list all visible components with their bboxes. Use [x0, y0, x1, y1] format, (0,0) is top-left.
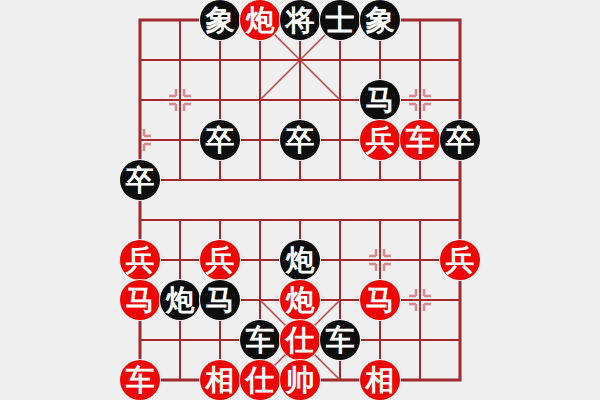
- piece-glyph: 马: [206, 286, 235, 315]
- piece-black-soldier[interactable]: 卒: [440, 120, 480, 160]
- piece-black-advisor[interactable]: 士: [320, 0, 360, 40]
- piece-red-cannon[interactable]: 炮: [280, 280, 320, 320]
- piece-glyph: 车: [126, 366, 155, 395]
- piece-glyph: 车: [406, 126, 435, 155]
- piece-glyph: 士: [326, 6, 355, 35]
- piece-glyph: 车: [246, 326, 275, 355]
- piece-red-general[interactable]: 帅: [280, 360, 320, 400]
- piece-glyph: 仕: [246, 366, 275, 395]
- piece-red-horse[interactable]: 马: [120, 280, 160, 320]
- piece-glyph: 卒: [286, 126, 315, 155]
- piece-red-advisor[interactable]: 仕: [280, 320, 320, 360]
- piece-black-horse[interactable]: 马: [360, 80, 400, 120]
- piece-glyph: 将: [286, 6, 315, 35]
- piece-glyph: 马: [366, 86, 395, 115]
- piece-glyph: 象: [366, 6, 395, 35]
- piece-glyph: 卒: [446, 126, 475, 155]
- piece-red-cannon[interactable]: 炮: [240, 0, 280, 40]
- piece-glyph: 马: [366, 286, 395, 315]
- piece-black-soldier[interactable]: 卒: [200, 120, 240, 160]
- piece-glyph: 炮: [286, 246, 315, 275]
- piece-glyph: 兵: [126, 246, 155, 275]
- piece-glyph: 马: [126, 286, 155, 315]
- piece-glyph: 相: [206, 366, 235, 395]
- piece-glyph: 炮: [286, 286, 315, 315]
- piece-glyph: 炮: [166, 286, 195, 315]
- piece-red-elephant[interactable]: 相: [200, 360, 240, 400]
- piece-glyph: 兵: [206, 246, 235, 275]
- piece-black-cannon[interactable]: 炮: [280, 240, 320, 280]
- piece-red-soldier[interactable]: 兵: [200, 240, 240, 280]
- piece-black-soldier[interactable]: 卒: [280, 120, 320, 160]
- piece-glyph: 帅: [286, 366, 315, 395]
- piece-glyph: 象: [206, 6, 235, 35]
- piece-black-chariot[interactable]: 车: [240, 320, 280, 360]
- piece-glyph: 卒: [126, 166, 155, 195]
- piece-black-chariot[interactable]: 车: [320, 320, 360, 360]
- piece-black-cannon[interactable]: 炮: [160, 280, 200, 320]
- piece-glyph: 兵: [446, 246, 475, 275]
- piece-red-advisor[interactable]: 仕: [240, 360, 280, 400]
- piece-red-soldier[interactable]: 兵: [120, 240, 160, 280]
- piece-red-chariot[interactable]: 车: [120, 360, 160, 400]
- piece-glyph: 相: [366, 366, 395, 395]
- piece-black-horse[interactable]: 马: [200, 280, 240, 320]
- piece-glyph: 仕: [286, 326, 315, 355]
- piece-glyph: 炮: [246, 6, 275, 35]
- piece-black-general[interactable]: 将: [280, 0, 320, 40]
- piece-red-elephant[interactable]: 相: [360, 360, 400, 400]
- xiangqi-board: 象炮将士象马卒卒兵车卒卒兵兵炮兵马炮马炮马车仕车车相仕帅相: [120, 0, 480, 400]
- piece-black-elephant[interactable]: 象: [200, 0, 240, 40]
- piece-red-horse[interactable]: 马: [360, 280, 400, 320]
- piece-glyph: 车: [326, 326, 355, 355]
- piece-red-soldier[interactable]: 兵: [440, 240, 480, 280]
- piece-red-chariot[interactable]: 车: [400, 120, 440, 160]
- piece-glyph: 兵: [366, 126, 395, 155]
- app-background: 象炮将士象马卒卒兵车卒卒兵兵炮兵马炮马炮马车仕车车相仕帅相: [0, 0, 600, 400]
- piece-black-elephant[interactable]: 象: [360, 0, 400, 40]
- piece-black-soldier[interactable]: 卒: [120, 160, 160, 200]
- piece-red-soldier[interactable]: 兵: [360, 120, 400, 160]
- piece-glyph: 卒: [206, 126, 235, 155]
